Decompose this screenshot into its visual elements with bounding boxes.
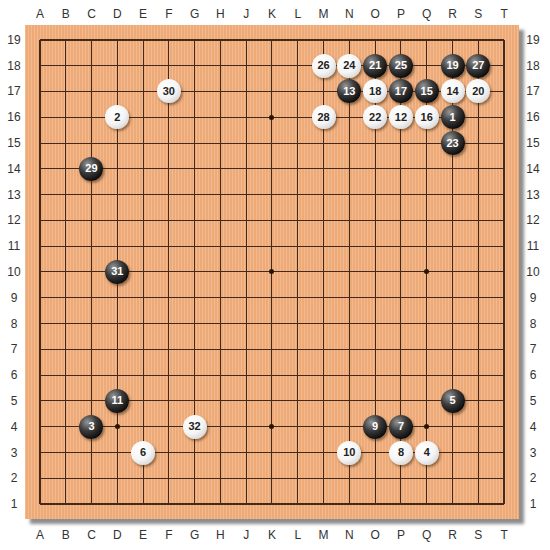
board-intersection[interactable] [208,285,234,311]
board-intersection[interactable]: 6 [130,440,156,466]
board-intersection[interactable] [233,414,259,440]
board-intersection[interactable] [362,285,388,311]
board-intersection[interactable] [388,336,414,362]
board-intersection[interactable] [336,336,362,362]
board-intersection[interactable] [491,104,517,130]
board-intersection[interactable] [53,285,79,311]
board-intersection[interactable] [27,336,53,362]
board-intersection[interactable]: 26 [311,53,337,79]
board-intersection[interactable] [362,259,388,285]
board-intersection[interactable] [208,440,234,466]
board-intersection[interactable] [259,79,285,105]
board-intersection[interactable] [491,130,517,156]
board-intersection[interactable] [156,104,182,130]
board-intersection[interactable] [27,362,53,388]
board-intersection[interactable] [285,208,311,234]
board-intersection[interactable] [336,259,362,285]
board-intersection[interactable]: 9 [362,414,388,440]
board-intersection[interactable] [27,104,53,130]
board-intersection[interactable] [104,27,130,53]
board-intersection[interactable] [491,208,517,234]
board-intersection[interactable] [130,285,156,311]
board-intersection[interactable] [182,208,208,234]
board-intersection[interactable] [388,156,414,182]
board-intersection[interactable] [336,182,362,208]
board-intersection[interactable] [104,440,130,466]
board-intersection[interactable] [208,336,234,362]
board-intersection[interactable] [491,311,517,337]
board-intersection[interactable] [130,362,156,388]
board-intersection[interactable] [53,440,79,466]
board-intersection[interactable] [79,182,105,208]
board-intersection[interactable] [208,130,234,156]
board-intersection[interactable] [104,362,130,388]
board-intersection[interactable] [79,259,105,285]
board-intersection[interactable] [182,53,208,79]
board-intersection[interactable] [259,130,285,156]
board-intersection[interactable] [233,336,259,362]
board-intersection[interactable] [130,53,156,79]
board-intersection[interactable] [285,465,311,491]
board-intersection[interactable] [233,182,259,208]
board-intersection[interactable]: 1 [440,104,466,130]
board-intersection[interactable] [336,130,362,156]
board-intersection[interactable] [388,130,414,156]
board-intersection[interactable] [311,156,337,182]
board-intersection[interactable] [53,311,79,337]
board-intersection[interactable] [259,285,285,311]
board-intersection[interactable] [388,491,414,517]
board-intersection[interactable] [414,491,440,517]
board-intersection[interactable] [465,208,491,234]
board-intersection[interactable] [53,27,79,53]
board-intersection[interactable] [362,182,388,208]
board-intersection[interactable] [336,362,362,388]
board-intersection[interactable] [491,53,517,79]
board-intersection[interactable] [27,491,53,517]
board-intersection[interactable] [285,491,311,517]
board-intersection[interactable] [208,388,234,414]
board-intersection[interactable] [53,156,79,182]
board-intersection[interactable]: 17 [388,79,414,105]
board-intersection[interactable] [336,285,362,311]
board-intersection[interactable]: 7 [388,414,414,440]
board-intersection[interactable] [491,285,517,311]
board-intersection[interactable] [156,362,182,388]
board-intersection[interactable] [491,491,517,517]
board-intersection[interactable] [414,414,440,440]
board-intersection[interactable] [27,79,53,105]
board-intersection[interactable] [156,336,182,362]
board-intersection[interactable] [336,233,362,259]
board-intersection[interactable]: 18 [362,79,388,105]
board-intersection[interactable] [156,259,182,285]
board-intersection[interactable] [259,208,285,234]
board-intersection[interactable] [156,156,182,182]
board-intersection[interactable] [414,156,440,182]
board-intersection[interactable]: 23 [440,130,466,156]
board-intersection[interactable] [182,388,208,414]
board-intersection[interactable] [465,440,491,466]
board-intersection[interactable] [156,53,182,79]
board-intersection[interactable]: 30 [156,79,182,105]
board-intersection[interactable] [27,53,53,79]
board-intersection[interactable] [182,130,208,156]
board-intersection[interactable] [491,336,517,362]
board-intersection[interactable] [27,156,53,182]
board-intersection[interactable] [440,182,466,208]
board-intersection[interactable] [285,156,311,182]
board-intersection[interactable] [465,27,491,53]
board-intersection[interactable] [259,362,285,388]
board-intersection[interactable] [104,414,130,440]
board-intersection[interactable] [79,53,105,79]
board-intersection[interactable] [53,465,79,491]
board-intersection[interactable] [311,465,337,491]
board-intersection[interactable] [388,465,414,491]
board-intersection[interactable] [259,491,285,517]
board-intersection[interactable] [27,182,53,208]
board-intersection[interactable] [414,130,440,156]
board-intersection[interactable] [208,79,234,105]
board-intersection[interactable] [388,182,414,208]
board-intersection[interactable] [414,336,440,362]
board-intersection[interactable] [130,208,156,234]
board-intersection[interactable] [130,491,156,517]
board-intersection[interactable] [465,465,491,491]
board-intersection[interactable] [414,388,440,414]
board-intersection[interactable] [259,233,285,259]
board-intersection[interactable] [104,491,130,517]
board-intersection[interactable] [388,285,414,311]
board-intersection[interactable] [233,208,259,234]
board-intersection[interactable] [156,233,182,259]
board-intersection[interactable] [79,388,105,414]
board-intersection[interactable] [362,388,388,414]
board-intersection[interactable] [233,465,259,491]
board-intersection[interactable] [414,285,440,311]
board-intersection[interactable] [285,440,311,466]
board-intersection[interactable] [388,311,414,337]
board-intersection[interactable] [233,491,259,517]
board-intersection[interactable]: 22 [362,104,388,130]
board-intersection[interactable] [156,311,182,337]
board-intersection[interactable] [440,465,466,491]
board-intersection[interactable] [79,336,105,362]
board-intersection[interactable]: 2 [104,104,130,130]
board-intersection[interactable] [79,362,105,388]
board-intersection[interactable] [285,104,311,130]
board-intersection[interactable] [259,414,285,440]
board-intersection[interactable] [233,440,259,466]
board-intersection[interactable] [440,233,466,259]
board-intersection[interactable] [311,130,337,156]
board-intersection[interactable] [440,208,466,234]
board-intersection[interactable] [285,362,311,388]
board-intersection[interactable] [27,233,53,259]
board-intersection[interactable] [53,130,79,156]
board-intersection[interactable] [182,259,208,285]
board-intersection[interactable] [311,79,337,105]
board-intersection[interactable] [491,362,517,388]
board-intersection[interactable] [336,27,362,53]
board-intersection[interactable] [388,27,414,53]
board-intersection[interactable] [259,156,285,182]
board-intersection[interactable] [208,104,234,130]
board-intersection[interactable] [182,336,208,362]
board-intersection[interactable] [208,311,234,337]
board-intersection[interactable] [53,53,79,79]
board-intersection[interactable] [388,388,414,414]
board-intersection[interactable] [311,259,337,285]
board-intersection[interactable] [130,182,156,208]
board-intersection[interactable] [182,233,208,259]
board-intersection[interactable] [79,208,105,234]
board-intersection[interactable]: 8 [388,440,414,466]
board-intersection[interactable] [104,130,130,156]
board-intersection[interactable] [182,311,208,337]
board-intersection[interactable] [440,259,466,285]
board-intersection[interactable] [130,388,156,414]
board-intersection[interactable] [491,182,517,208]
board-intersection[interactable] [182,156,208,182]
board-intersection[interactable] [491,414,517,440]
board-intersection[interactable] [285,27,311,53]
board-intersection[interactable] [440,491,466,517]
board-intersection[interactable] [208,465,234,491]
board-intersection[interactable] [79,79,105,105]
board-intersection[interactable] [465,259,491,285]
board-intersection[interactable] [311,182,337,208]
board-intersection[interactable] [156,130,182,156]
board-intersection[interactable] [130,336,156,362]
board-intersection[interactable] [491,233,517,259]
board-intersection[interactable] [233,27,259,53]
board-intersection[interactable] [465,311,491,337]
board-intersection[interactable] [465,156,491,182]
board-intersection[interactable] [440,27,466,53]
board-intersection[interactable] [208,362,234,388]
board-intersection[interactable] [53,336,79,362]
board-intersection[interactable]: 13 [336,79,362,105]
board-intersection[interactable] [414,27,440,53]
board-intersection[interactable] [156,440,182,466]
board-intersection[interactable] [233,130,259,156]
board-intersection[interactable]: 11 [104,388,130,414]
board-intersection[interactable] [259,53,285,79]
board-intersection[interactable] [311,414,337,440]
board-intersection[interactable] [440,336,466,362]
board-intersection[interactable] [233,311,259,337]
board-intersection[interactable] [311,388,337,414]
board-intersection[interactable] [362,130,388,156]
board-intersection[interactable] [182,362,208,388]
board-intersection[interactable] [79,465,105,491]
board-intersection[interactable] [182,27,208,53]
board-intersection[interactable]: 5 [440,388,466,414]
board-intersection[interactable] [27,27,53,53]
board-intersection[interactable] [285,259,311,285]
board-intersection[interactable] [414,182,440,208]
board-intersection[interactable] [491,27,517,53]
board-intersection[interactable] [104,182,130,208]
board-intersection[interactable] [259,27,285,53]
board-intersection[interactable] [259,388,285,414]
board-intersection[interactable]: 4 [414,440,440,466]
board-intersection[interactable] [285,53,311,79]
board-intersection[interactable] [156,182,182,208]
board-intersection[interactable] [233,285,259,311]
board-intersection[interactable] [156,388,182,414]
board-intersection[interactable] [440,440,466,466]
board-intersection[interactable] [208,414,234,440]
board-intersection[interactable] [285,414,311,440]
board-intersection[interactable] [362,156,388,182]
board-intersection[interactable] [79,233,105,259]
board-intersection[interactable]: 15 [414,79,440,105]
board-intersection[interactable] [27,311,53,337]
board-intersection[interactable] [208,53,234,79]
board-intersection[interactable] [414,465,440,491]
board-intersection[interactable] [53,491,79,517]
board-intersection[interactable] [440,311,466,337]
board-intersection[interactable] [130,104,156,130]
board-intersection[interactable]: 28 [311,104,337,130]
board-intersection[interactable] [79,104,105,130]
board-intersection[interactable]: 24 [336,53,362,79]
board-intersection[interactable] [208,156,234,182]
board-intersection[interactable] [130,27,156,53]
board-intersection[interactable] [465,130,491,156]
board-intersection[interactable] [182,440,208,466]
board-intersection[interactable] [53,362,79,388]
board-intersection[interactable] [414,208,440,234]
board-intersection[interactable] [336,414,362,440]
board-intersection[interactable] [414,233,440,259]
board-intersection[interactable] [285,285,311,311]
board-intersection[interactable] [336,208,362,234]
board-intersection[interactable] [130,311,156,337]
board-intersection[interactable] [233,388,259,414]
board-intersection[interactable] [79,491,105,517]
board-intersection[interactable] [79,285,105,311]
board-intersection[interactable] [233,156,259,182]
board-intersection[interactable] [27,414,53,440]
board-intersection[interactable] [362,362,388,388]
board-intersection[interactable]: 16 [414,104,440,130]
board-intersection[interactable] [311,208,337,234]
board-intersection[interactable] [27,130,53,156]
board-intersection[interactable] [465,233,491,259]
board-intersection[interactable] [27,440,53,466]
board-intersection[interactable] [362,440,388,466]
board-intersection[interactable]: 25 [388,53,414,79]
board-intersection[interactable] [130,156,156,182]
board-intersection[interactable] [491,259,517,285]
board-intersection[interactable] [440,414,466,440]
board-intersection[interactable] [414,311,440,337]
board-intersection[interactable] [259,311,285,337]
board-intersection[interactable] [491,156,517,182]
board-intersection[interactable] [440,362,466,388]
board-intersection[interactable] [259,182,285,208]
board-intersection[interactable]: 32 [182,414,208,440]
board-intersection[interactable] [362,491,388,517]
board-intersection[interactable] [388,362,414,388]
board-intersection[interactable] [465,491,491,517]
board-intersection[interactable] [285,311,311,337]
board-intersection[interactable] [104,311,130,337]
board-intersection[interactable] [311,336,337,362]
board-intersection[interactable] [259,465,285,491]
board-intersection[interactable] [362,233,388,259]
board-intersection[interactable] [182,465,208,491]
board-intersection[interactable] [130,465,156,491]
board-intersection[interactable] [104,79,130,105]
board-intersection[interactable] [465,285,491,311]
board-intersection[interactable] [465,336,491,362]
board-intersection[interactable] [311,285,337,311]
board-intersection[interactable] [311,491,337,517]
board-intersection[interactable] [156,27,182,53]
board-intersection[interactable] [104,285,130,311]
board-intersection[interactable] [414,259,440,285]
board-intersection[interactable] [27,465,53,491]
board-intersection[interactable] [53,208,79,234]
board-intersection[interactable] [259,440,285,466]
board-intersection[interactable] [130,259,156,285]
board-intersection[interactable] [53,233,79,259]
board-intersection[interactable] [233,233,259,259]
board-intersection[interactable] [336,104,362,130]
board-intersection[interactable] [285,388,311,414]
board-intersection[interactable] [336,388,362,414]
board-intersection[interactable] [336,465,362,491]
board-intersection[interactable] [336,156,362,182]
board-intersection[interactable] [311,233,337,259]
board-intersection[interactable] [130,414,156,440]
board-intersection[interactable] [259,336,285,362]
board-intersection[interactable] [233,79,259,105]
board-intersection[interactable] [491,465,517,491]
board-intersection[interactable] [362,336,388,362]
board-intersection[interactable] [53,259,79,285]
board-intersection[interactable] [27,388,53,414]
board-intersection[interactable] [491,440,517,466]
board-intersection[interactable] [311,27,337,53]
board-intersection[interactable] [156,285,182,311]
board-intersection[interactable] [336,491,362,517]
board-intersection[interactable] [182,285,208,311]
board-intersection[interactable] [130,130,156,156]
board-intersection[interactable] [285,182,311,208]
board-intersection[interactable] [79,130,105,156]
board-intersection[interactable] [208,27,234,53]
board-intersection[interactable] [79,27,105,53]
board-intersection[interactable] [285,336,311,362]
board-intersection[interactable] [53,104,79,130]
board-intersection[interactable] [208,182,234,208]
board-intersection[interactable] [259,104,285,130]
board-intersection[interactable] [465,414,491,440]
board-intersection[interactable] [362,208,388,234]
board-intersection[interactable] [208,233,234,259]
board-intersection[interactable] [311,311,337,337]
board-intersection[interactable] [104,233,130,259]
board-intersection[interactable] [336,311,362,337]
board-intersection[interactable] [27,259,53,285]
board-intersection[interactable] [491,388,517,414]
